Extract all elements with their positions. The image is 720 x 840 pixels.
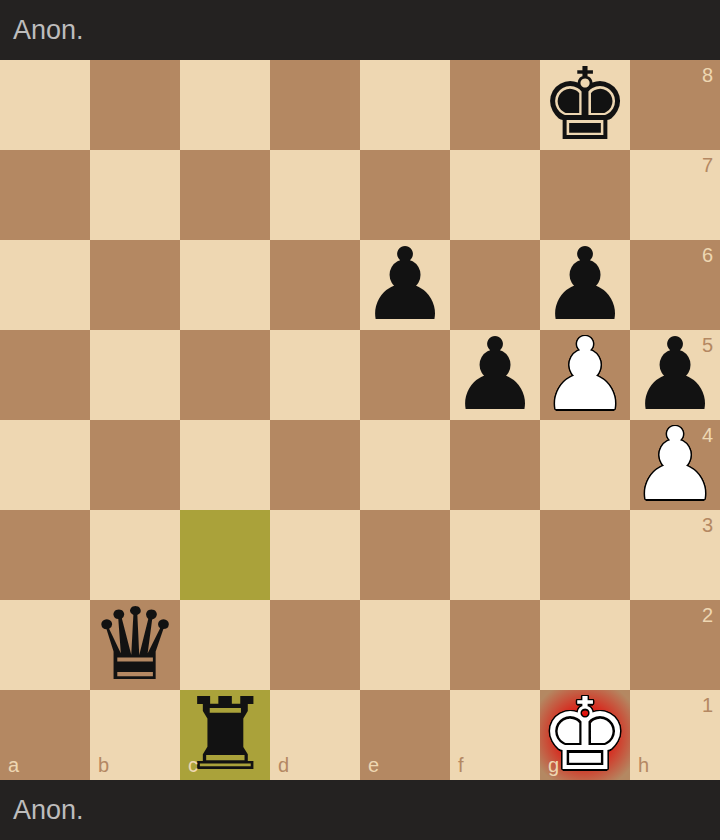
piece-black-pawn[interactable]: ♟: [360, 235, 450, 335]
chess-board[interactable]: ♚87♟♟6♟♟♟5♟43♛2ab♜cdef♚g1h: [0, 60, 720, 780]
square-e5[interactable]: [360, 330, 450, 420]
square-e6[interactable]: ♟: [360, 240, 450, 330]
square-g5[interactable]: ♟: [540, 330, 630, 420]
square-a6[interactable]: [0, 240, 90, 330]
square-f1[interactable]: f: [450, 690, 540, 780]
square-e2[interactable]: [360, 600, 450, 690]
square-e3[interactable]: [360, 510, 450, 600]
square-c6[interactable]: [180, 240, 270, 330]
square-f2[interactable]: [450, 600, 540, 690]
square-d3[interactable]: [270, 510, 360, 600]
square-d7[interactable]: [270, 150, 360, 240]
square-h2[interactable]: 2: [630, 600, 720, 690]
piece-black-king[interactable]: ♚: [540, 55, 630, 155]
coord-rank-7: 7: [702, 155, 713, 175]
square-b7[interactable]: [90, 150, 180, 240]
square-a4[interactable]: [0, 420, 90, 510]
square-d8[interactable]: [270, 60, 360, 150]
square-f3[interactable]: [450, 510, 540, 600]
coord-file-h: h: [638, 755, 649, 775]
square-g1[interactable]: ♚g: [540, 690, 630, 780]
coord-file-f: f: [458, 755, 464, 775]
coord-file-a: a: [8, 755, 19, 775]
square-a1[interactable]: a: [0, 690, 90, 780]
square-h8[interactable]: 8: [630, 60, 720, 150]
piece-black-pawn[interactable]: ♟: [450, 325, 540, 425]
square-f7[interactable]: [450, 150, 540, 240]
piece-white-pawn[interactable]: ♟: [540, 325, 630, 425]
square-h4[interactable]: ♟4: [630, 420, 720, 510]
piece-white-king[interactable]: ♚: [540, 685, 630, 785]
coord-file-b: b: [98, 755, 109, 775]
coord-file-d: d: [278, 755, 289, 775]
square-d1[interactable]: d: [270, 690, 360, 780]
square-d2[interactable]: [270, 600, 360, 690]
square-a8[interactable]: [0, 60, 90, 150]
square-b6[interactable]: [90, 240, 180, 330]
square-h1[interactable]: 1h: [630, 690, 720, 780]
square-d6[interactable]: [270, 240, 360, 330]
piece-black-rook[interactable]: ♜: [180, 685, 270, 785]
piece-white-pawn[interactable]: ♟: [630, 415, 720, 515]
top-player-name: Anon.: [13, 17, 84, 44]
coord-rank-1: 1: [702, 695, 713, 715]
square-d5[interactable]: [270, 330, 360, 420]
square-a7[interactable]: [0, 150, 90, 240]
square-c8[interactable]: [180, 60, 270, 150]
square-b4[interactable]: [90, 420, 180, 510]
square-c5[interactable]: [180, 330, 270, 420]
bottom-player-name: Anon.: [13, 797, 84, 824]
coord-rank-2: 2: [702, 605, 713, 625]
square-f5[interactable]: ♟: [450, 330, 540, 420]
square-f8[interactable]: [450, 60, 540, 150]
square-e8[interactable]: [360, 60, 450, 150]
coord-rank-6: 6: [702, 245, 713, 265]
square-f4[interactable]: [450, 420, 540, 510]
square-c3[interactable]: [180, 510, 270, 600]
square-b2[interactable]: ♛: [90, 600, 180, 690]
square-e4[interactable]: [360, 420, 450, 510]
square-c4[interactable]: [180, 420, 270, 510]
square-g3[interactable]: [540, 510, 630, 600]
square-b1[interactable]: b: [90, 690, 180, 780]
square-h3[interactable]: 3: [630, 510, 720, 600]
square-b8[interactable]: [90, 60, 180, 150]
square-e1[interactable]: e: [360, 690, 450, 780]
square-d4[interactable]: [270, 420, 360, 510]
square-a2[interactable]: [0, 600, 90, 690]
chess-app: Anon. ♚87♟♟6♟♟♟5♟43♛2ab♜cdef♚g1h Anon.: [0, 0, 720, 840]
square-a3[interactable]: [0, 510, 90, 600]
square-c7[interactable]: [180, 150, 270, 240]
square-c1[interactable]: ♜c: [180, 690, 270, 780]
piece-black-queen[interactable]: ♛: [90, 595, 180, 695]
square-b5[interactable]: [90, 330, 180, 420]
coord-rank-8: 8: [702, 65, 713, 85]
square-g4[interactable]: [540, 420, 630, 510]
square-g8[interactable]: ♚: [540, 60, 630, 150]
coord-file-e: e: [368, 755, 379, 775]
square-h7[interactable]: 7: [630, 150, 720, 240]
square-a5[interactable]: [0, 330, 90, 420]
